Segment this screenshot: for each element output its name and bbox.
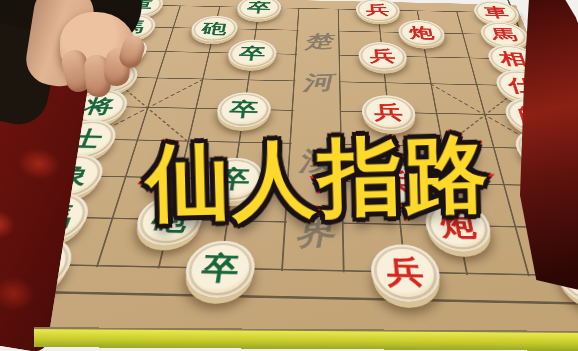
piece-character: 卒 [199,253,240,285]
piece-character: 将 [81,97,117,116]
piece-character: 兵 [365,3,390,16]
opening-title: 仙人指路 [145,132,491,225]
piece-character: 兵 [373,103,404,123]
piece-character: 相 [497,51,528,67]
river-label: 楚 [294,30,342,54]
piece-character: 車 [482,6,510,19]
board-side-edge [34,327,578,351]
piece-character: 砲 [201,21,229,35]
piece-character: 炮 [408,26,435,41]
video-frame: 楚河漢界 車卒兵車馬砲炮馬象卒兵相士仕将卒兵帥士仕象卒兵相馬砲炮馬車卒兵車 仙人… [0,0,578,351]
piece-character: 卒 [238,46,266,62]
piece-character: 卒 [228,100,260,119]
piece-character: 兵 [386,257,426,289]
piece-character: 卒 [246,1,271,14]
piece-character: 馬 [489,27,519,42]
piece-character: 兵 [369,48,397,64]
river-label: 河 [292,69,343,97]
